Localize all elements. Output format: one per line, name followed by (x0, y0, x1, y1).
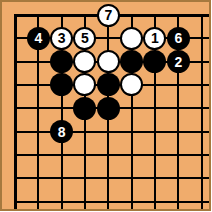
stone-black (97, 97, 120, 120)
stone-white-7: 7 (97, 4, 120, 27)
stone-number: 8 (58, 125, 66, 139)
stone-black-6: 6 (167, 27, 190, 50)
grid-line-vertical (201, 14, 203, 212)
stone-white (73, 73, 96, 96)
stone-number: 5 (81, 31, 89, 45)
stone-black (50, 50, 73, 73)
stone-number: 7 (104, 8, 112, 22)
stone-number: 1 (151, 31, 159, 45)
stone-black (120, 50, 143, 73)
go-board: 74351628 (0, 0, 211, 211)
stone-white-3: 3 (50, 27, 73, 50)
stone-white-1: 1 (143, 27, 166, 50)
stone-number: 4 (34, 31, 42, 45)
stone-white (120, 27, 143, 50)
grid-line-horizontal (14, 201, 212, 203)
stone-black-4: 4 (27, 27, 50, 50)
stone-black-8: 8 (50, 120, 73, 143)
grid-line-horizontal (14, 177, 212, 179)
stone-white (120, 73, 143, 96)
grid-line-horizontal (14, 131, 212, 133)
stone-black (143, 50, 166, 73)
stone-black-2: 2 (167, 50, 190, 73)
grid-line-vertical (14, 14, 17, 212)
stone-number: 6 (174, 31, 182, 45)
stone-white (73, 50, 96, 73)
stone-white (97, 50, 120, 73)
stone-number: 3 (58, 31, 66, 45)
stone-number: 2 (174, 55, 182, 69)
stone-black (97, 73, 120, 96)
stone-white-5: 5 (73, 27, 96, 50)
stone-black (73, 97, 96, 120)
stone-black (50, 73, 73, 96)
grid-line-horizontal (14, 154, 212, 156)
